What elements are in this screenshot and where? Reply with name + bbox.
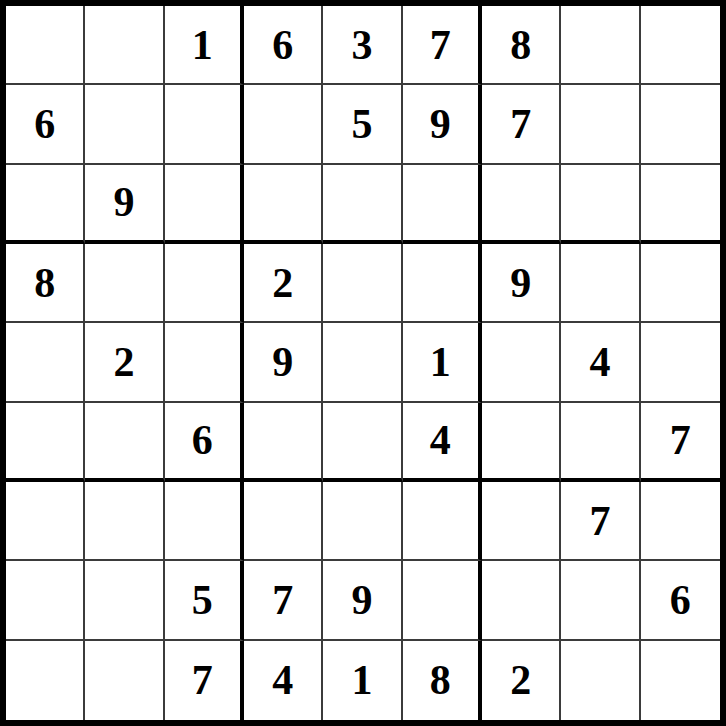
sudoku-cell-r1c7[interactable]: 8 [482,6,561,85]
sudoku-cell-r9c7[interactable]: 2 [482,641,561,720]
sudoku-cell-r4c2[interactable] [85,244,164,323]
sudoku-cell-r8c9[interactable]: 6 [641,561,720,640]
sudoku-cell-r7c7[interactable] [482,482,561,561]
sudoku-cell-r5c4[interactable]: 9 [244,323,323,402]
sudoku-cell-r3c8[interactable] [561,165,640,244]
sudoku-cell-r2c3[interactable] [165,85,244,164]
sudoku-cell-r5c5[interactable] [323,323,402,402]
sudoku-cell-r1c2[interactable] [85,6,164,85]
sudoku-cell-r4c9[interactable] [641,244,720,323]
sudoku-cell-r9c8[interactable] [561,641,640,720]
sudoku-cell-r1c6[interactable]: 7 [403,6,482,85]
sudoku-cell-r5c3[interactable] [165,323,244,402]
sudoku-cell-r4c8[interactable] [561,244,640,323]
sudoku-cell-r3c5[interactable] [323,165,402,244]
sudoku-cell-r1c1[interactable] [6,6,85,85]
sudoku-cell-r7c2[interactable] [85,482,164,561]
sudoku-cell-r5c2[interactable]: 2 [85,323,164,402]
sudoku-cell-r9c4[interactable]: 4 [244,641,323,720]
sudoku-cell-r2c8[interactable] [561,85,640,164]
sudoku-cell-r7c9[interactable] [641,482,720,561]
sudoku-cell-r4c1[interactable]: 8 [6,244,85,323]
sudoku-cell-r7c6[interactable] [403,482,482,561]
sudoku-cell-r9c3[interactable]: 7 [165,641,244,720]
sudoku-cell-r3c3[interactable] [165,165,244,244]
sudoku-cell-r3c9[interactable] [641,165,720,244]
sudoku-cell-r7c3[interactable] [165,482,244,561]
sudoku-cell-r6c3[interactable]: 6 [165,403,244,482]
sudoku-cell-r8c4[interactable]: 7 [244,561,323,640]
sudoku-cell-r9c1[interactable] [6,641,85,720]
sudoku-cell-r7c1[interactable] [6,482,85,561]
sudoku-board: 163786597982929146477579674182 [0,0,726,726]
sudoku-cell-r8c2[interactable] [85,561,164,640]
sudoku-cell-r6c8[interactable] [561,403,640,482]
sudoku-cell-r8c7[interactable] [482,561,561,640]
sudoku-cell-r5c8[interactable]: 4 [561,323,640,402]
sudoku-cell-r1c3[interactable]: 1 [165,6,244,85]
sudoku-cell-r9c6[interactable]: 8 [403,641,482,720]
sudoku-cell-r8c1[interactable] [6,561,85,640]
sudoku-cell-r9c5[interactable]: 1 [323,641,402,720]
sudoku-cell-r4c5[interactable] [323,244,402,323]
sudoku-cell-r9c2[interactable] [85,641,164,720]
sudoku-cell-r4c4[interactable]: 2 [244,244,323,323]
sudoku-cell-r5c1[interactable] [6,323,85,402]
sudoku-cell-r6c6[interactable]: 4 [403,403,482,482]
sudoku-cell-r6c5[interactable] [323,403,402,482]
sudoku-cell-r1c9[interactable] [641,6,720,85]
sudoku-cell-r5c9[interactable] [641,323,720,402]
sudoku-cell-r1c8[interactable] [561,6,640,85]
sudoku-cell-r7c4[interactable] [244,482,323,561]
sudoku-cell-r2c7[interactable]: 7 [482,85,561,164]
sudoku-cell-r3c7[interactable] [482,165,561,244]
sudoku-cell-r2c1[interactable]: 6 [6,85,85,164]
sudoku-cell-r2c2[interactable] [85,85,164,164]
sudoku-cell-r3c2[interactable]: 9 [85,165,164,244]
sudoku-cell-r6c2[interactable] [85,403,164,482]
sudoku-cell-r2c9[interactable] [641,85,720,164]
sudoku-cell-r2c6[interactable]: 9 [403,85,482,164]
sudoku-cell-r4c6[interactable] [403,244,482,323]
sudoku-cell-r3c4[interactable] [244,165,323,244]
sudoku-cell-r5c6[interactable]: 1 [403,323,482,402]
sudoku-cell-r8c5[interactable]: 9 [323,561,402,640]
sudoku-cell-r1c4[interactable]: 6 [244,6,323,85]
sudoku-cell-r9c9[interactable] [641,641,720,720]
sudoku-cell-r6c7[interactable] [482,403,561,482]
sudoku-cell-r4c7[interactable]: 9 [482,244,561,323]
sudoku-cell-r8c8[interactable] [561,561,640,640]
sudoku-cell-r7c5[interactable] [323,482,402,561]
sudoku-cell-r6c4[interactable] [244,403,323,482]
sudoku-cell-r5c7[interactable] [482,323,561,402]
sudoku-cell-r2c5[interactable]: 5 [323,85,402,164]
sudoku-cell-r2c4[interactable] [244,85,323,164]
sudoku-cell-r6c9[interactable]: 7 [641,403,720,482]
sudoku-cell-r4c3[interactable] [165,244,244,323]
sudoku-cell-r3c6[interactable] [403,165,482,244]
sudoku-cell-r3c1[interactable] [6,165,85,244]
sudoku-cell-r1c5[interactable]: 3 [323,6,402,85]
sudoku-cell-r8c6[interactable] [403,561,482,640]
sudoku-cell-r7c8[interactable]: 7 [561,482,640,561]
sudoku-cell-r6c1[interactable] [6,403,85,482]
sudoku-cell-r8c3[interactable]: 5 [165,561,244,640]
